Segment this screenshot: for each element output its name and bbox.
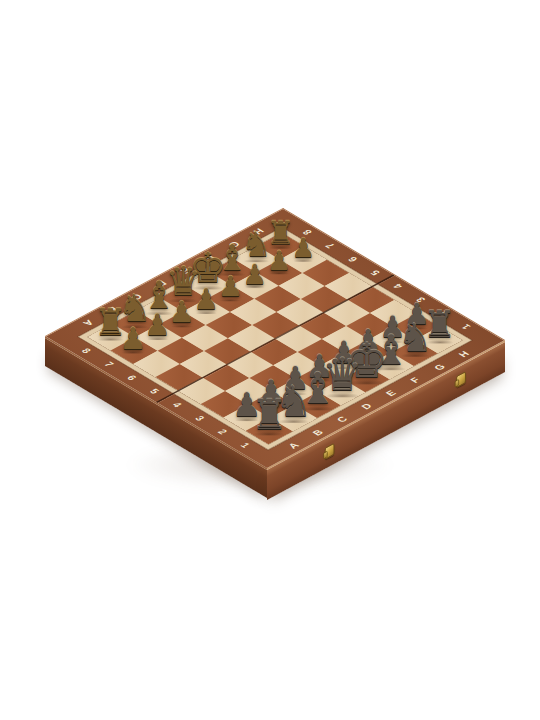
file-label: C [335,415,351,424]
rank-label: 5 [146,387,161,395]
rank-label: 6 [124,374,139,382]
rank-label: 4 [169,401,184,409]
black-pawn-f7[interactable]: ♟ [242,261,267,288]
rank-label-far: 4 [390,282,405,290]
rank-label-far: 5 [368,268,383,276]
file-label: H [456,350,472,359]
black-pawn-h7[interactable]: ♟ [292,235,316,261]
product-photo-scene: AABBCCDDEEFFGGHH1122334455667788 ♜♞♝♛♚♝♞… [0,0,540,720]
brass-latch-icon [325,443,334,460]
rank-label-far: 7 [322,241,337,249]
black-pawn-d7[interactable]: ♟ [193,286,218,314]
brass-latch-icon [456,371,465,388]
rank-label: 1 [237,441,252,449]
file-label: E [384,389,400,398]
file-label: B [310,428,326,437]
black-pawn-e7[interactable]: ♟ [218,273,243,301]
rank-label-far: 1 [458,322,473,330]
black-pawn-c7[interactable]: ♟ [169,298,195,327]
rank-label: 7 [101,360,116,368]
rank-label-far: 6 [345,255,360,263]
rank-label: 2 [214,428,229,436]
black-pawn-b7[interactable]: ♟ [144,311,170,341]
white-rook-a1[interactable]: ♜ [251,394,288,436]
file-label: G [432,363,449,373]
rank-label: 3 [192,414,207,422]
black-pawn-a7[interactable]: ♟ [120,324,147,354]
file-label: A [286,441,302,450]
file-label: F [408,376,423,385]
file-label: D [359,402,375,411]
rank-label: 8 [78,347,93,355]
black-pawn-g7[interactable]: ♟ [267,248,291,275]
